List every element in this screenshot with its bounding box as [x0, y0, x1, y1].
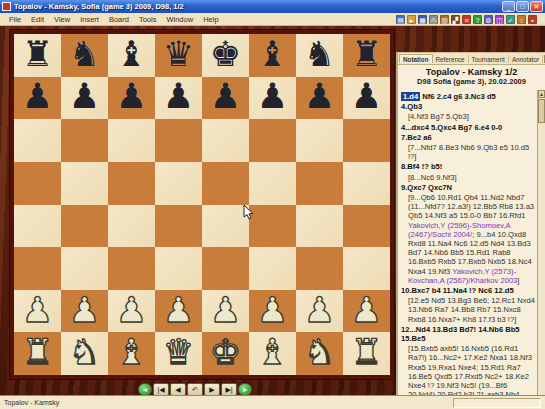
move-text[interactable]: 4...dxc4 5.Qxc4 Bg7 6.e4 0-0	[401, 123, 502, 132]
piece-black-knight[interactable]: ♞	[69, 37, 100, 72]
flip-board-icon[interactable]: ↕	[517, 15, 526, 24]
game-event-date: D98 Sofia (game 3), 20.02.2009	[398, 77, 545, 88]
piece-black-bishop[interactable]: ♝	[116, 37, 147, 72]
square-b2[interactable]: ♟	[61, 290, 108, 333]
tab-reference[interactable]: Reference	[433, 55, 469, 63]
move-text[interactable]: 12...Nd4 13.Bd3 Bd7! 14.Nb6 Bb5 15.Be5	[401, 325, 520, 343]
move-text[interactable]: [12.e5 Nd5 13.Bg3 Be6; 12.Rc1 Nxd4 13.Nb…	[408, 296, 535, 323]
piece-white-pawn[interactable]: ♟	[304, 293, 335, 328]
square-a3[interactable]	[14, 247, 61, 290]
square-f8[interactable]: ♝	[249, 34, 296, 77]
square-c5[interactable]	[108, 162, 155, 205]
square-h2[interactable]: ♟	[343, 290, 390, 333]
square-d5[interactable]	[155, 162, 202, 205]
piece-black-king[interactable]: ♚	[210, 37, 241, 72]
square-f5[interactable]	[249, 162, 296, 205]
piece-black-pawn[interactable]: ♟	[304, 79, 335, 114]
piece-black-rook[interactable]: ♜	[351, 37, 382, 72]
open-icon[interactable]: ▸	[407, 15, 416, 24]
scroll-up-icon[interactable]: ▲	[538, 90, 545, 98]
menu-view[interactable]: View	[49, 15, 75, 24]
piece-white-queen[interactable]: ♛	[163, 335, 194, 370]
square-b1[interactable]: ♞	[61, 332, 108, 375]
piece-white-pawn[interactable]: ♟	[116, 293, 147, 328]
notation-paragraph: [9...Qb6 10.Rd1 Qb4 11.Nd2 Nbd7 (11...Nf…	[401, 193, 536, 285]
piece-black-pawn[interactable]: ♟	[351, 79, 382, 114]
notation-paragraph: 12...Nd4 13.Bd3 Bd7! 14.Nb6 Bb5 15.Be5	[401, 325, 536, 343]
piece-black-bishop[interactable]: ♝	[257, 37, 288, 72]
chess-board[interactable]: ♜♞♝♛♚♝♞♜♟♟♟♟♟♟♟♟♟♟♟♟♟♟♟♟♜♞♝♛♚♝♞♜	[14, 34, 390, 375]
game-header: Topalov - Kamsky 1/2 D98 Sofia (game 3),…	[398, 65, 545, 88]
clipboard-icon[interactable]: ▥	[440, 15, 449, 24]
move-text[interactable]: 9.Qxc7 Qxc7N	[401, 183, 452, 192]
piece-black-pawn[interactable]: ♟	[257, 79, 288, 114]
square-d8[interactable]: ♛	[155, 34, 202, 77]
square-b4[interactable]	[61, 205, 108, 248]
minimize-button[interactable]: _	[502, 1, 515, 12]
move-text[interactable]: [9...Qb6 10.Rd1 Qb4 11.Nd2 Nbd7 (11...Nf…	[408, 193, 534, 220]
square-d3[interactable]	[155, 247, 202, 290]
move-text[interactable]: 10.Bxc7 b4 11.Na4 !? Nc6 12.d5	[401, 286, 514, 295]
analysis-icon[interactable]: ✓	[506, 15, 515, 24]
piece-white-pawn[interactable]: ♟	[163, 293, 194, 328]
square-g1[interactable]: ♞	[296, 332, 343, 375]
square-c1[interactable]: ♝	[108, 332, 155, 375]
move-text[interactable]: 7.Be2 a6	[401, 133, 432, 142]
square-f4[interactable]	[249, 205, 296, 248]
square-h8[interactable]: ♜	[343, 34, 390, 77]
square-g7[interactable]: ♟	[296, 77, 343, 120]
square-c7[interactable]: ♟	[108, 77, 155, 120]
engine-icon[interactable]: ⚙	[484, 15, 493, 24]
database-icon[interactable]: ◫	[495, 15, 504, 24]
menu-board[interactable]: Board	[104, 15, 134, 24]
square-c3[interactable]	[108, 247, 155, 290]
piece-black-rook[interactable]: ♜	[22, 37, 53, 72]
notation-paragraph: [8...Nc6 9.Nf3]	[401, 173, 536, 182]
notation-scrollbar[interactable]: ▲ ▼	[537, 90, 545, 409]
piece-white-knight[interactable]: ♞	[69, 335, 100, 370]
square-c4[interactable]	[108, 205, 155, 248]
square-d6[interactable]	[155, 119, 202, 162]
piece-black-pawn[interactable]: ♟	[163, 79, 194, 114]
notation-paragraph: 8.Bf4 !? b5!	[401, 162, 536, 171]
scrollbar-thumb[interactable]	[538, 99, 545, 123]
title-bar[interactable]: Topalov - Kamsky, Sofia (game 3) 2009, D…	[0, 0, 545, 13]
square-d2[interactable]: ♟	[155, 290, 202, 333]
square-b3[interactable]	[61, 247, 108, 290]
board-setup-icon[interactable]: ▞	[451, 15, 460, 24]
square-d1[interactable]: ♛	[155, 332, 202, 375]
square-g6[interactable]	[296, 119, 343, 162]
status-text: Topalov - Kamsky	[4, 399, 59, 406]
maximize-button[interactable]: □	[516, 1, 529, 12]
square-e4[interactable]	[202, 205, 249, 248]
application-window: Topalov - Kamsky, Sofia (game 3) 2009, D…	[0, 0, 545, 409]
square-g2[interactable]: ♟	[296, 290, 343, 333]
menu-help[interactable]: Help	[198, 15, 223, 24]
square-f3[interactable]	[249, 247, 296, 290]
square-h4[interactable]	[343, 205, 390, 248]
square-h3[interactable]	[343, 247, 390, 290]
piece-white-pawn[interactable]: ♟	[69, 293, 100, 328]
notation-paragraph: 9.Qxc7 Qxc7N	[401, 183, 536, 192]
square-a8[interactable]: ♜	[14, 34, 61, 77]
notation-moves: 1.d4 Nf6 2.c4 g6 3.Nc3 d54.Qb3[4.Nf3 Bg7…	[398, 90, 537, 409]
square-e5[interactable]	[202, 162, 249, 205]
square-b5[interactable]	[61, 162, 108, 205]
menu-edit[interactable]: Edit	[26, 15, 49, 24]
status-bar: Topalov - Kamsky	[0, 395, 545, 409]
menu-bar: FileEditViewInsertBoardToolsWindowHelp ▤…	[0, 13, 545, 26]
piece-white-bishop[interactable]: ♝	[257, 335, 288, 370]
square-c8[interactable]: ♝	[108, 34, 155, 77]
square-e3[interactable]	[202, 247, 249, 290]
notation-icon[interactable]: ≡	[462, 15, 471, 24]
square-e7[interactable]: ♟	[202, 77, 249, 120]
new-icon[interactable]: ▤	[396, 15, 405, 24]
square-h1[interactable]: ♜	[343, 332, 390, 375]
square-f1[interactable]: ♝	[249, 332, 296, 375]
square-g4[interactable]	[296, 205, 343, 248]
app-icon	[2, 2, 11, 11]
square-g8[interactable]: ♞	[296, 34, 343, 77]
piece-white-rook[interactable]: ♜	[22, 335, 53, 370]
piece-white-rook[interactable]: ♜	[351, 335, 382, 370]
menu-file[interactable]: File	[4, 15, 26, 24]
piece-white-pawn[interactable]: ♟	[210, 293, 241, 328]
move-text[interactable]: [7...Nfd7 8.Be3 Nb6 9.Qb3 e5 10.d5 !?]	[408, 143, 529, 161]
notation-paragraph: 7.Be2 a6	[401, 133, 536, 142]
square-b8[interactable]: ♞	[61, 34, 108, 77]
move-text[interactable]: Nf6 2.c4 g6 3.Nc3 d5	[420, 92, 496, 101]
piece-white-king[interactable]: ♚	[210, 335, 241, 370]
move-text[interactable]: [8...Nc6 9.Nf3]	[408, 173, 457, 182]
notation-paragraph: 10.Bxc7 b4 11.Na4 !? Nc6 12.d5	[401, 286, 536, 295]
square-c2[interactable]: ♟	[108, 290, 155, 333]
square-f7[interactable]: ♟	[249, 77, 296, 120]
notation-paragraph: 4...dxc4 5.Qxc4 Bg7 6.e4 0-0	[401, 123, 536, 132]
square-c6[interactable]	[108, 119, 155, 162]
piece-white-pawn[interactable]: ♟	[257, 293, 288, 328]
chess-board-frame: ♜♞♝♛♚♝♞♜♟♟♟♟♟♟♟♟♟♟♟♟♟♟♟♟♜♞♝♛♚♝♞♜	[10, 30, 394, 379]
piece-white-knight[interactable]: ♞	[304, 335, 335, 370]
square-h5[interactable]	[343, 162, 390, 205]
training-icon[interactable]: ?	[473, 15, 482, 24]
print-icon[interactable]: ⎙	[429, 15, 438, 24]
tab-notation[interactable]: Notation	[399, 54, 433, 63]
square-e8[interactable]: ♚	[202, 34, 249, 77]
close-button[interactable]: ✕	[530, 1, 543, 12]
piece-black-knight[interactable]: ♞	[304, 37, 335, 72]
window-title: Topalov - Kamsky, Sofia (game 3) 2009, D…	[14, 2, 502, 11]
square-b6[interactable]	[61, 119, 108, 162]
notation-paragraph: 4.Qb3	[401, 102, 536, 111]
current-move[interactable]: 1.d4	[401, 92, 420, 101]
square-a1[interactable]: ♜	[14, 332, 61, 375]
square-a5[interactable]	[14, 162, 61, 205]
square-h6[interactable]	[343, 119, 390, 162]
square-f2[interactable]: ♟	[249, 290, 296, 333]
square-e6[interactable]	[202, 119, 249, 162]
square-g3[interactable]	[296, 247, 343, 290]
tab-annotator[interactable]: Annotator	[509, 55, 543, 63]
menu-insert[interactable]: Insert	[75, 15, 104, 24]
square-g5[interactable]	[296, 162, 343, 205]
square-e1[interactable]: ♚	[202, 332, 249, 375]
square-d7[interactable]: ♟	[155, 77, 202, 120]
piece-white-pawn[interactable]: ♟	[351, 293, 382, 328]
square-b7[interactable]: ♟	[61, 77, 108, 120]
tab-tournament[interactable]: Tournament	[469, 55, 509, 63]
move-text[interactable]: [4.Nf3 Bg7 5.Qb3]	[408, 112, 469, 121]
menu-tools[interactable]: Tools	[134, 15, 162, 24]
square-d4[interactable]	[155, 205, 202, 248]
piece-black-pawn[interactable]: ♟	[69, 79, 100, 114]
move-text[interactable]: ]	[517, 276, 519, 285]
move-text[interactable]: 4.Qb3	[401, 102, 422, 111]
help-icon[interactable]: ▪	[528, 15, 537, 24]
square-a2[interactable]: ♟	[14, 290, 61, 333]
piece-black-pawn[interactable]: ♟	[116, 79, 147, 114]
notation-paragraph: [12.e5 Nd5 13.Bg3 Be6; 12.Rc1 Nxd4 13.Nb…	[401, 296, 536, 324]
square-f6[interactable]	[249, 119, 296, 162]
save-icon[interactable]: ▦	[418, 15, 427, 24]
square-a4[interactable]	[14, 205, 61, 248]
notation-paragraph: 1.d4 Nf6 2.c4 g6 3.Nc3 d5	[401, 92, 536, 101]
piece-white-bishop[interactable]: ♝	[116, 335, 147, 370]
square-h7[interactable]: ♟	[343, 77, 390, 120]
square-a6[interactable]	[14, 119, 61, 162]
piece-black-pawn[interactable]: ♟	[22, 79, 53, 114]
notation-paragraph: [4.Nf3 Bg7 5.Qb3]	[401, 112, 536, 121]
piece-white-pawn[interactable]: ♟	[22, 293, 53, 328]
square-e2[interactable]: ♟	[202, 290, 249, 333]
menu-window[interactable]: Window	[161, 15, 198, 24]
main-area: ♜♞♝♛♚♝♞♜♟♟♟♟♟♟♟♟♟♟♟♟♟♟♟♟♜♞♝♛♚♝♞♜ ◂|◀◀↶▶▶…	[0, 26, 545, 395]
panel-tabs: NotationReferenceTournamentAnnotator◄►	[398, 53, 545, 65]
square-a7[interactable]: ♟	[14, 77, 61, 120]
game-players-result: Topalov - Kamsky 1/2	[398, 67, 545, 77]
piece-black-pawn[interactable]: ♟	[210, 79, 241, 114]
notation-paragraph: [7...Nfd7 8.Be3 Nb6 9.Qb3 e5 10.d5 !?]	[401, 143, 536, 161]
piece-black-queen[interactable]: ♛	[163, 37, 194, 72]
notation-panel: NotationReferenceTournamentAnnotator◄► T…	[396, 52, 545, 409]
status-right-pane	[453, 398, 541, 408]
move-text[interactable]: 8.Bf4 !? b5!	[401, 162, 442, 171]
